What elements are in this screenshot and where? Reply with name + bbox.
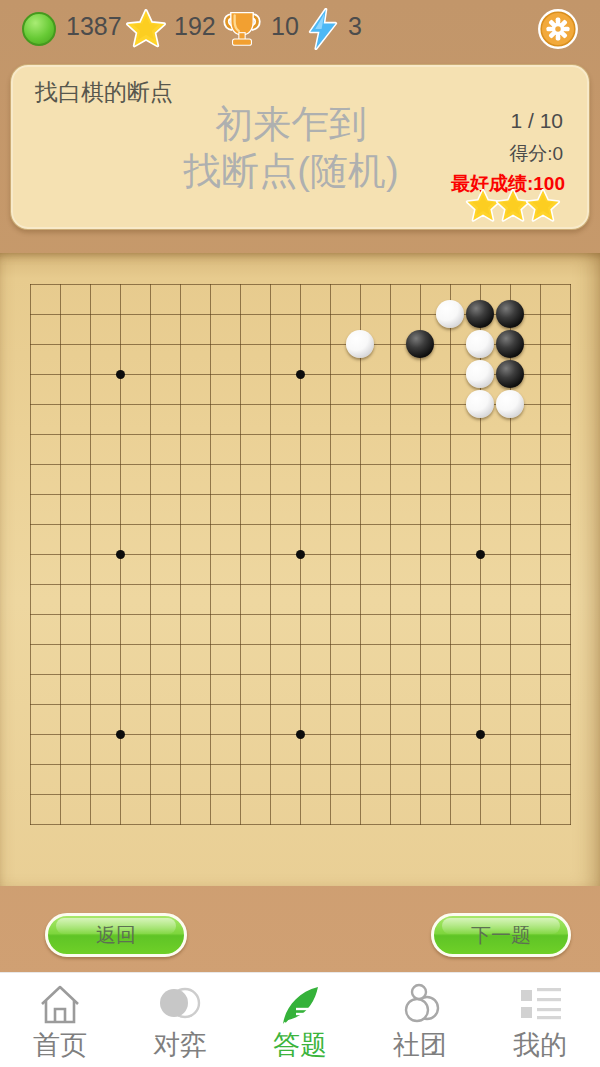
board-intersection[interactable]: [75, 719, 105, 749]
board-intersection[interactable]: [465, 569, 495, 599]
board-intersection[interactable]: [135, 569, 165, 599]
board-intersection[interactable]: [15, 449, 45, 479]
board-intersection[interactable]: [105, 509, 135, 539]
board-intersection[interactable]: [555, 659, 585, 689]
board-intersection[interactable]: [45, 629, 75, 659]
board-intersection[interactable]: [315, 719, 345, 749]
board-intersection[interactable]: [255, 299, 285, 329]
board-intersection[interactable]: [375, 539, 405, 569]
board-intersection[interactable]: [15, 659, 45, 689]
board-intersection[interactable]: [405, 269, 435, 299]
board-intersection[interactable]: [135, 719, 165, 749]
board-intersection[interactable]: [285, 479, 315, 509]
board-intersection[interactable]: [405, 569, 435, 599]
board-intersection[interactable]: [435, 509, 465, 539]
board-intersection[interactable]: [285, 299, 315, 329]
back-button[interactable]: 返回: [45, 913, 187, 957]
board-intersection[interactable]: [525, 599, 555, 629]
board-intersection[interactable]: [315, 479, 345, 509]
board-intersection[interactable]: [165, 719, 195, 749]
board-intersection[interactable]: [555, 539, 585, 569]
board-intersection[interactable]: [105, 479, 135, 509]
tab-home[interactable]: 首页: [0, 973, 120, 1067]
board-intersection[interactable]: [375, 269, 405, 299]
board-intersection[interactable]: [495, 779, 525, 809]
board-intersection[interactable]: [315, 389, 345, 419]
board-intersection[interactable]: [495, 299, 525, 329]
board-intersection[interactable]: [525, 689, 555, 719]
board-intersection[interactable]: [465, 479, 495, 509]
board-intersection[interactable]: [285, 359, 315, 389]
board-intersection[interactable]: [375, 299, 405, 329]
board-intersection[interactable]: [255, 269, 285, 299]
board-intersection[interactable]: [255, 749, 285, 779]
board-intersection[interactable]: [15, 509, 45, 539]
board-intersection[interactable]: [525, 539, 555, 569]
board-intersection[interactable]: [555, 299, 585, 329]
board-intersection[interactable]: [405, 509, 435, 539]
board-intersection[interactable]: [465, 509, 495, 539]
board-intersection[interactable]: [165, 539, 195, 569]
board-intersection[interactable]: [45, 809, 75, 839]
board-intersection[interactable]: [195, 629, 225, 659]
board-intersection[interactable]: [15, 269, 45, 299]
board-intersection[interactable]: [135, 419, 165, 449]
board-intersection[interactable]: [135, 449, 165, 479]
board-intersection[interactable]: [405, 719, 435, 749]
board-intersection[interactable]: [285, 389, 315, 419]
board-intersection[interactable]: [285, 629, 315, 659]
board-intersection[interactable]: [495, 569, 525, 599]
board-intersection[interactable]: [525, 449, 555, 479]
board-intersection[interactable]: [165, 329, 195, 359]
board-intersection[interactable]: [285, 809, 315, 839]
board-intersection[interactable]: [315, 659, 345, 689]
board-intersection[interactable]: [435, 479, 465, 509]
board-intersection[interactable]: [345, 629, 375, 659]
board-intersection[interactable]: [45, 419, 75, 449]
board-intersection[interactable]: [315, 809, 345, 839]
board-intersection[interactable]: [195, 569, 225, 599]
board-intersection[interactable]: [315, 779, 345, 809]
board-intersection[interactable]: [435, 569, 465, 599]
board-intersection[interactable]: [255, 359, 285, 389]
board-intersection[interactable]: [195, 479, 225, 509]
board-intersection[interactable]: [75, 809, 105, 839]
board-intersection[interactable]: [75, 599, 105, 629]
board-intersection[interactable]: [225, 689, 255, 719]
board-intersection[interactable]: [165, 419, 195, 449]
board-intersection[interactable]: [555, 809, 585, 839]
board-intersection[interactable]: [465, 299, 495, 329]
board-intersection[interactable]: [165, 509, 195, 539]
board-intersection[interactable]: [225, 629, 255, 659]
board-intersection[interactable]: [45, 689, 75, 719]
board-intersection[interactable]: [405, 599, 435, 629]
board-intersection[interactable]: [15, 539, 45, 569]
board-intersection[interactable]: [105, 629, 135, 659]
board-intersection[interactable]: [135, 749, 165, 779]
board-intersection[interactable]: [225, 509, 255, 539]
board-intersection[interactable]: [315, 269, 345, 299]
board-intersection[interactable]: [555, 569, 585, 599]
board-intersection[interactable]: [525, 809, 555, 839]
board-intersection[interactable]: [45, 509, 75, 539]
board-intersection[interactable]: [465, 389, 495, 419]
board-intersection[interactable]: [555, 509, 585, 539]
board-intersection[interactable]: [15, 779, 45, 809]
board-intersection[interactable]: [315, 749, 345, 779]
board-intersection[interactable]: [525, 749, 555, 779]
board-intersection[interactable]: [465, 779, 495, 809]
board-intersection[interactable]: [465, 419, 495, 449]
board-intersection[interactable]: [105, 719, 135, 749]
board-intersection[interactable]: [225, 719, 255, 749]
board-intersection[interactable]: [375, 749, 405, 779]
board-intersection[interactable]: [105, 599, 135, 629]
board-intersection[interactable]: [285, 689, 315, 719]
board-intersection[interactable]: [195, 719, 225, 749]
board-intersection[interactable]: [405, 479, 435, 509]
board-intersection[interactable]: [435, 599, 465, 629]
board-intersection[interactable]: [345, 689, 375, 719]
board-intersection[interactable]: [45, 269, 75, 299]
board-intersection[interactable]: [285, 269, 315, 299]
board-intersection[interactable]: [345, 419, 375, 449]
board-intersection[interactable]: [555, 449, 585, 479]
board-intersection[interactable]: [15, 809, 45, 839]
board-intersection[interactable]: [435, 539, 465, 569]
board-intersection[interactable]: [465, 539, 495, 569]
board-intersection[interactable]: [105, 779, 135, 809]
board-intersection[interactable]: [15, 329, 45, 359]
board-intersection[interactable]: [105, 449, 135, 479]
board-intersection[interactable]: [255, 629, 285, 659]
board-intersection[interactable]: [165, 359, 195, 389]
board-intersection[interactable]: [225, 269, 255, 299]
board-intersection[interactable]: [495, 719, 525, 749]
board-intersection[interactable]: [435, 359, 465, 389]
board-intersection[interactable]: [285, 749, 315, 779]
board-intersection[interactable]: [375, 689, 405, 719]
board-intersection[interactable]: [285, 419, 315, 449]
board-intersection[interactable]: [255, 599, 285, 629]
board-intersection[interactable]: [495, 329, 525, 359]
board-intersection[interactable]: [375, 599, 405, 629]
board-intersection[interactable]: [195, 269, 225, 299]
board-intersection[interactable]: [375, 569, 405, 599]
board-intersection[interactable]: [495, 269, 525, 299]
tab-profile[interactable]: 我的: [480, 973, 600, 1067]
board-intersection[interactable]: [105, 359, 135, 389]
board-intersection[interactable]: [495, 389, 525, 419]
board-intersection[interactable]: [525, 569, 555, 599]
board-intersection[interactable]: [435, 269, 465, 299]
board-intersection[interactable]: [45, 659, 75, 689]
tab-quiz[interactable]: 答题: [240, 973, 360, 1067]
board-intersection[interactable]: [285, 569, 315, 599]
board-intersection[interactable]: [195, 779, 225, 809]
board-intersection[interactable]: [375, 659, 405, 689]
board-intersection[interactable]: [225, 389, 255, 419]
board-intersection[interactable]: [15, 749, 45, 779]
board-intersection[interactable]: [465, 329, 495, 359]
board-intersection[interactable]: [105, 269, 135, 299]
board-intersection[interactable]: [15, 359, 45, 389]
board-intersection[interactable]: [255, 809, 285, 839]
board-intersection[interactable]: [165, 599, 195, 629]
board-intersection[interactable]: [465, 599, 495, 629]
board-intersection[interactable]: [15, 389, 45, 419]
board-intersection[interactable]: [375, 329, 405, 359]
board-intersection[interactable]: [555, 719, 585, 749]
board-intersection[interactable]: [105, 809, 135, 839]
board-intersection[interactable]: [105, 419, 135, 449]
next-question-button[interactable]: 下一题: [431, 913, 571, 957]
board-intersection[interactable]: [405, 629, 435, 659]
board-intersection[interactable]: [75, 419, 105, 449]
board-intersection[interactable]: [15, 299, 45, 329]
board-intersection[interactable]: [225, 659, 255, 689]
board-intersection[interactable]: [45, 779, 75, 809]
board-intersection[interactable]: [495, 689, 525, 719]
board-intersection[interactable]: [315, 689, 345, 719]
board-intersection[interactable]: [495, 749, 525, 779]
board-intersection[interactable]: [105, 539, 135, 569]
board-intersection[interactable]: [525, 719, 555, 749]
board-intersection[interactable]: [15, 419, 45, 449]
board-intersection[interactable]: [345, 599, 375, 629]
board-intersection[interactable]: [165, 689, 195, 719]
board-intersection[interactable]: [285, 449, 315, 479]
board-intersection[interactable]: [135, 269, 165, 299]
board-intersection[interactable]: [495, 359, 525, 389]
board-intersection[interactable]: [135, 659, 165, 689]
board-intersection[interactable]: [195, 689, 225, 719]
board-intersection[interactable]: [495, 449, 525, 479]
board-intersection[interactable]: [555, 479, 585, 509]
board-intersection[interactable]: [525, 479, 555, 509]
board-intersection[interactable]: [495, 629, 525, 659]
board-intersection[interactable]: [375, 629, 405, 659]
board-intersection[interactable]: [435, 389, 465, 419]
board-intersection[interactable]: [555, 359, 585, 389]
board-intersection[interactable]: [405, 689, 435, 719]
board-intersection[interactable]: [375, 809, 405, 839]
board-intersection[interactable]: [345, 719, 375, 749]
board-intersection[interactable]: [135, 329, 165, 359]
board-intersection[interactable]: [345, 659, 375, 689]
board-intersection[interactable]: [345, 749, 375, 779]
board-intersection[interactable]: [255, 779, 285, 809]
board-intersection[interactable]: [135, 779, 165, 809]
board-intersection[interactable]: [375, 419, 405, 449]
board-intersection[interactable]: [405, 419, 435, 449]
board-intersection[interactable]: [315, 419, 345, 449]
board-intersection[interactable]: [195, 419, 225, 449]
board-intersection[interactable]: [255, 719, 285, 749]
board-intersection[interactable]: [45, 359, 75, 389]
board-intersection[interactable]: [315, 359, 345, 389]
board-intersection[interactable]: [105, 569, 135, 599]
board-intersection[interactable]: [525, 629, 555, 659]
board-intersection[interactable]: [405, 749, 435, 779]
board-intersection[interactable]: [555, 779, 585, 809]
board-intersection[interactable]: [315, 569, 345, 599]
board-intersection[interactable]: [375, 449, 405, 479]
board-intersection[interactable]: [255, 539, 285, 569]
board-intersection[interactable]: [195, 659, 225, 689]
board-intersection[interactable]: [525, 269, 555, 299]
board-intersection[interactable]: [435, 779, 465, 809]
board-intersection[interactable]: [45, 329, 75, 359]
board-intersection[interactable]: [555, 599, 585, 629]
board-intersection[interactable]: [345, 479, 375, 509]
board-intersection[interactable]: [75, 779, 105, 809]
board-intersection[interactable]: [135, 479, 165, 509]
board-intersection[interactable]: [435, 689, 465, 719]
board-intersection[interactable]: [135, 359, 165, 389]
board-intersection[interactable]: [465, 809, 495, 839]
board-intersection[interactable]: [525, 299, 555, 329]
board-intersection[interactable]: [435, 659, 465, 689]
board-intersection[interactable]: [195, 539, 225, 569]
board-intersection[interactable]: [45, 389, 75, 419]
board-intersection[interactable]: [405, 359, 435, 389]
board-intersection[interactable]: [255, 689, 285, 719]
board-intersection[interactable]: [75, 629, 105, 659]
board-intersection[interactable]: [345, 779, 375, 809]
board-intersection[interactable]: [345, 269, 375, 299]
board-intersection[interactable]: [225, 779, 255, 809]
board-intersection[interactable]: [495, 599, 525, 629]
board-intersection[interactable]: [225, 539, 255, 569]
board-intersection[interactable]: [15, 719, 45, 749]
board-intersection[interactable]: [75, 269, 105, 299]
board-intersection[interactable]: [165, 809, 195, 839]
board-intersection[interactable]: [525, 659, 555, 689]
board-intersection[interactable]: [75, 659, 105, 689]
board-intersection[interactable]: [315, 539, 345, 569]
board-intersection[interactable]: [285, 509, 315, 539]
board-intersection[interactable]: [135, 299, 165, 329]
board-intersection[interactable]: [135, 599, 165, 629]
board-intersection[interactable]: [465, 719, 495, 749]
board-intersection[interactable]: [555, 329, 585, 359]
board-intersection[interactable]: [165, 629, 195, 659]
board-intersection[interactable]: [105, 689, 135, 719]
board-intersection[interactable]: [555, 689, 585, 719]
board-intersection[interactable]: [255, 329, 285, 359]
board-intersection[interactable]: [75, 359, 105, 389]
board-intersection[interactable]: [195, 509, 225, 539]
board-intersection[interactable]: [45, 599, 75, 629]
board-intersection[interactable]: [165, 269, 195, 299]
board-intersection[interactable]: [225, 569, 255, 599]
board-intersection[interactable]: [225, 809, 255, 839]
board-intersection[interactable]: [225, 479, 255, 509]
board-intersection[interactable]: [75, 479, 105, 509]
board-intersection[interactable]: [345, 539, 375, 569]
board-intersection[interactable]: [525, 389, 555, 419]
board-intersection[interactable]: [405, 539, 435, 569]
board-intersection[interactable]: [195, 449, 225, 479]
board-intersection[interactable]: [255, 659, 285, 689]
board-intersection[interactable]: [165, 749, 195, 779]
board-intersection[interactable]: [105, 749, 135, 779]
board-intersection[interactable]: [195, 749, 225, 779]
board-intersection[interactable]: [285, 539, 315, 569]
board-intersection[interactable]: [285, 329, 315, 359]
board-intersection[interactable]: [375, 479, 405, 509]
board-intersection[interactable]: [285, 599, 315, 629]
board-intersection[interactable]: [405, 299, 435, 329]
board-intersection[interactable]: [255, 419, 285, 449]
board-intersection[interactable]: [405, 659, 435, 689]
board-intersection[interactable]: [225, 329, 255, 359]
board-intersection[interactable]: [105, 329, 135, 359]
board-intersection[interactable]: [195, 299, 225, 329]
board-intersection[interactable]: [225, 449, 255, 479]
board-intersection[interactable]: [195, 809, 225, 839]
board-intersection[interactable]: [15, 569, 45, 599]
board-intersection[interactable]: [315, 509, 345, 539]
board-intersection[interactable]: [45, 539, 75, 569]
board-intersection[interactable]: [465, 629, 495, 659]
board-intersection[interactable]: [315, 599, 345, 629]
board-intersection[interactable]: [495, 479, 525, 509]
board-intersection[interactable]: [465, 269, 495, 299]
board-intersection[interactable]: [45, 479, 75, 509]
board-intersection[interactable]: [345, 809, 375, 839]
board-intersection[interactable]: [165, 779, 195, 809]
board-intersection[interactable]: [255, 569, 285, 599]
board-intersection[interactable]: [375, 719, 405, 749]
board-intersection[interactable]: [465, 359, 495, 389]
board-intersection[interactable]: [435, 299, 465, 329]
board-intersection[interactable]: [75, 569, 105, 599]
board-intersection[interactable]: [135, 389, 165, 419]
board-intersection[interactable]: [45, 569, 75, 599]
board-intersection[interactable]: [315, 629, 345, 659]
board-intersection[interactable]: [225, 749, 255, 779]
board-intersection[interactable]: [225, 299, 255, 329]
board-intersection[interactable]: [405, 449, 435, 479]
board-intersection[interactable]: [285, 719, 315, 749]
board-intersection[interactable]: [165, 569, 195, 599]
board-intersection[interactable]: [75, 749, 105, 779]
board-intersection[interactable]: [45, 449, 75, 479]
board-intersection[interactable]: [495, 419, 525, 449]
board-intersection[interactable]: [345, 389, 375, 419]
board-intersection[interactable]: [405, 779, 435, 809]
board-intersection[interactable]: [465, 749, 495, 779]
board-intersection[interactable]: [15, 479, 45, 509]
board-intersection[interactable]: [405, 389, 435, 419]
board-intersection[interactable]: [375, 359, 405, 389]
board-intersection[interactable]: [315, 449, 345, 479]
board-intersection[interactable]: [555, 269, 585, 299]
board-intersection[interactable]: [345, 359, 375, 389]
board-intersection[interactable]: [375, 509, 405, 539]
tab-match[interactable]: 对弈: [120, 973, 240, 1067]
board-intersection[interactable]: [15, 599, 45, 629]
board-intersection[interactable]: [435, 419, 465, 449]
board-intersection[interactable]: [75, 389, 105, 419]
board-intersection[interactable]: [555, 749, 585, 779]
board-intersection[interactable]: [405, 809, 435, 839]
board-intersection[interactable]: [195, 389, 225, 419]
